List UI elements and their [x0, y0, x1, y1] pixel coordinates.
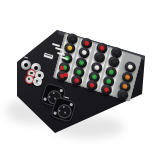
product-photo-stage — [0, 0, 160, 160]
knob-cap — [89, 82, 95, 88]
xlr-screw — [53, 112, 56, 115]
knob-cap — [108, 69, 114, 75]
knob-cap — [114, 49, 120, 55]
knob-cap — [104, 86, 110, 92]
knob-cap — [81, 50, 87, 56]
knob-cap — [79, 59, 85, 65]
knob-cap — [66, 45, 72, 51]
usb-tongue — [45, 54, 52, 57]
knob-cap — [74, 77, 80, 83]
knob-cap — [93, 64, 99, 70]
xlr-screw — [60, 89, 63, 92]
knob-cap — [111, 59, 117, 65]
knob-cap — [119, 91, 125, 97]
trs-jack-hole — [24, 63, 28, 67]
knob-cap — [99, 44, 105, 50]
knob-cap — [84, 40, 90, 46]
knob-cap — [127, 64, 133, 70]
knob-cap — [69, 35, 75, 41]
knob-cap — [96, 54, 102, 60]
xlr-screw — [70, 103, 73, 106]
rca-jack-hole — [30, 72, 32, 74]
knob-cap — [124, 74, 130, 80]
rca-jack-hole — [28, 78, 30, 80]
xlr-screw — [43, 98, 46, 101]
